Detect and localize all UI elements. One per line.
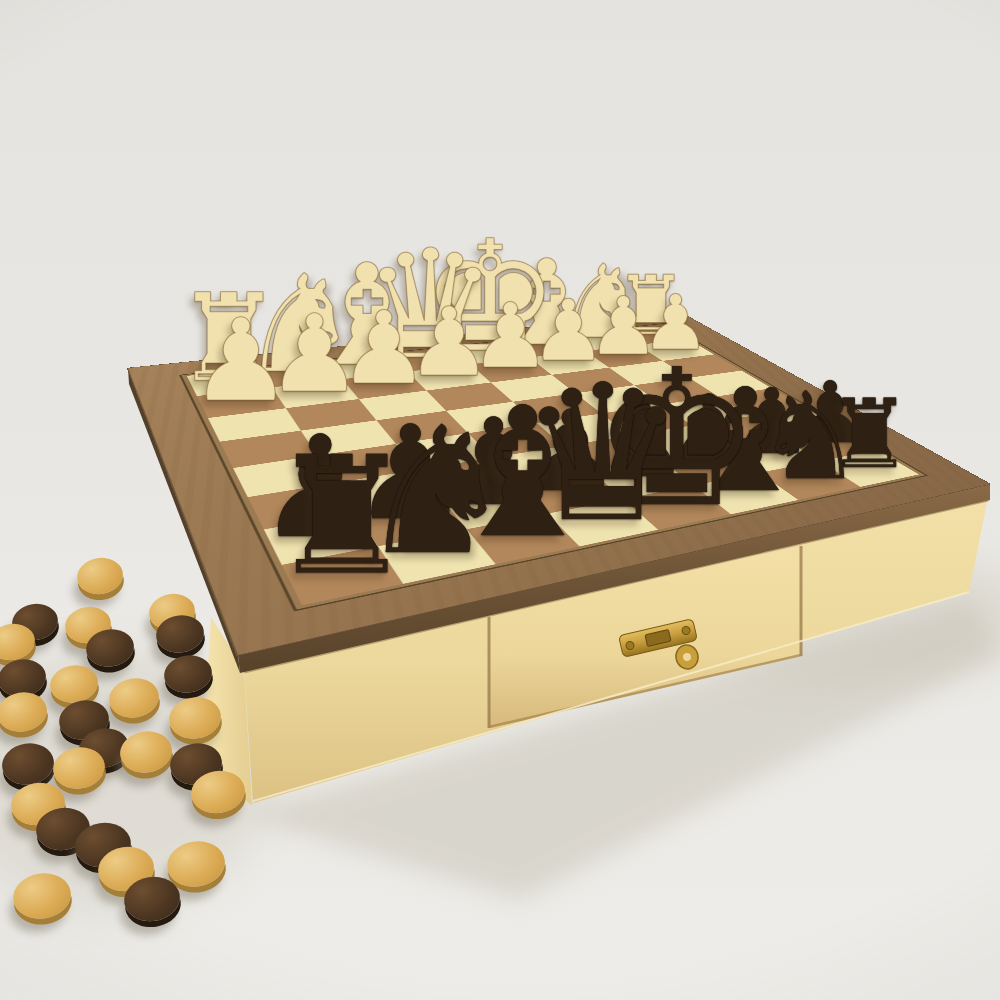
piece-bR-a8[interactable]: ♜ (269, 435, 414, 597)
scene: ♜♞♝♟♚♟♛♟♝♟♞♟♜♟♟♟♟♟♟♜♟♞♟♝♟♚♟♛♟♝♞♜ (0, 0, 1000, 1000)
piece-wP-a2[interactable]: ♟ (190, 304, 292, 418)
